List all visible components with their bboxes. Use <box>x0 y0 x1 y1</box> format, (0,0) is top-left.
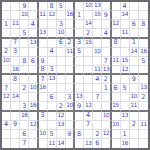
cell-r16c15-empty[interactable] <box>130 139 139 148</box>
cell-r15c15-empty[interactable] <box>130 130 139 139</box>
cell-r13c9-empty[interactable] <box>75 112 84 121</box>
cell-r11c15-given[interactable]: 10 <box>130 93 139 102</box>
cell-r4c5-given[interactable]: 13 <box>39 29 48 38</box>
cell-r14c4-given[interactable]: 12 <box>29 121 38 130</box>
cell-r8c11-given[interactable]: 11 <box>93 66 102 75</box>
cell-r16c5-empty[interactable] <box>39 139 48 148</box>
cell-r14c5-empty[interactable] <box>39 121 48 130</box>
cell-r9c15-given[interactable]: 9 <box>130 75 139 84</box>
cell-r16c13-empty[interactable] <box>112 139 121 148</box>
cell-r14c6-empty[interactable] <box>48 121 57 130</box>
cell-r8c2-given[interactable]: 16 <box>11 66 20 75</box>
cell-r13c10-given[interactable]: 4 <box>84 112 93 121</box>
cell-r7c8-empty[interactable] <box>66 57 75 66</box>
cell-r6c8-given[interactable]: 11 <box>66 48 75 57</box>
cell-r6c2-given[interactable]: 3 <box>11 48 20 57</box>
cell-r14c3-empty[interactable] <box>20 121 29 130</box>
cell-r3c13-given[interactable]: 12 <box>112 20 121 29</box>
cell-r13c6-empty[interactable] <box>48 112 57 121</box>
cell-r15c4-empty[interactable] <box>29 130 38 139</box>
cell-r16c7-given[interactable]: 14 <box>57 139 66 148</box>
cell-r3c16-given[interactable]: 8 <box>139 20 148 29</box>
cell-r14c10-given[interactable]: 7 <box>84 121 93 130</box>
cell-r1c7-given[interactable]: 5 <box>57 2 66 11</box>
cell-r12c1-empty[interactable] <box>2 102 11 111</box>
cell-r6c3-empty[interactable] <box>20 48 29 57</box>
cell-r15c8-given[interactable]: 9 <box>66 130 75 139</box>
cell-r3c10-given[interactable]: 14 <box>84 20 93 29</box>
cell-r13c12-given[interactable]: 10 <box>102 112 111 121</box>
cell-r16c14-given[interactable]: 16 <box>121 139 130 148</box>
cell-r14c9-empty[interactable] <box>75 121 84 130</box>
cell-r15c16-empty[interactable] <box>139 130 148 139</box>
cell-r13c16-empty[interactable] <box>139 112 148 121</box>
cell-r14c12-empty[interactable] <box>102 121 111 130</box>
cell-r7c7-empty[interactable] <box>57 57 66 66</box>
cell-r11c12-empty[interactable] <box>102 93 111 102</box>
cell-r13c15-empty[interactable] <box>130 112 139 121</box>
cell-r10c12-given[interactable]: 1 <box>102 84 111 93</box>
cell-r3c1-given[interactable]: 1 <box>2 20 11 29</box>
cell-r12c5-empty[interactable] <box>39 102 48 111</box>
cell-r16c6-given[interactable]: 11 <box>48 139 57 148</box>
cell-r4c16-empty[interactable] <box>139 29 148 38</box>
cell-r10c1-given[interactable]: 7 <box>2 84 11 93</box>
cell-r5c2-given[interactable]: 7 <box>11 39 20 48</box>
cell-r16c2-empty[interactable] <box>11 139 20 148</box>
cell-r4c3-given[interactable]: 5 <box>20 29 29 38</box>
cell-r7c16-given[interactable]: 5 <box>139 57 148 66</box>
cell-r2c4-empty[interactable] <box>29 11 38 20</box>
cell-r1c6-given[interactable]: 8 <box>48 2 57 11</box>
cell-r13c2-empty[interactable] <box>11 112 20 121</box>
cell-r14c2-given[interactable]: 9 <box>11 121 20 130</box>
cell-r12c14-empty[interactable] <box>121 102 130 111</box>
cell-r3c7-given[interactable]: 3 <box>57 20 66 29</box>
cell-r7c13-given[interactable]: 11 <box>112 57 121 66</box>
cell-r13c11-empty[interactable] <box>93 112 102 121</box>
cell-r10c7-empty[interactable] <box>57 84 66 93</box>
cell-r3c11-empty[interactable] <box>93 20 102 29</box>
cell-r8c3-empty[interactable] <box>20 66 29 75</box>
cell-r3c4-given[interactable]: 4 <box>29 20 38 29</box>
cell-r15c3-given[interactable]: 6 <box>20 130 29 139</box>
cell-r13c5-given[interactable]: 3 <box>39 112 48 121</box>
cell-r2c12-given[interactable]: 9 <box>102 11 111 20</box>
cell-r1c3-given[interactable]: 9 <box>20 2 29 11</box>
cell-r3c9-empty[interactable] <box>75 20 84 29</box>
cell-r6c16-given[interactable]: 16 <box>139 48 148 57</box>
cell-r12c9-given[interactable]: 9 <box>75 102 84 111</box>
cell-r14c15-given[interactable]: 2 <box>130 121 139 130</box>
cell-r5c1-empty[interactable] <box>2 39 11 48</box>
cell-r11c11-given[interactable]: 7 <box>93 93 102 102</box>
cell-r5c16-empty[interactable] <box>139 39 148 48</box>
cell-r7c12-given[interactable]: 7 <box>102 57 111 66</box>
cell-r10c13-given[interactable]: 6 <box>112 84 121 93</box>
cell-r7c9-empty[interactable] <box>75 57 84 66</box>
cell-r12c16-empty[interactable] <box>139 102 148 111</box>
cell-r12c4-given[interactable]: 16 <box>29 102 38 111</box>
cell-r4c9-empty[interactable] <box>75 29 84 38</box>
cell-r2c9-given[interactable]: 1 <box>75 11 84 20</box>
cell-r1c1-empty[interactable] <box>2 2 11 11</box>
cell-r7c15-empty[interactable] <box>130 57 139 66</box>
cell-r14c14-empty[interactable] <box>121 121 130 130</box>
cell-r8c13-empty[interactable] <box>112 66 121 75</box>
cell-r11c16-given[interactable]: 2 <box>139 93 148 102</box>
cell-r10c9-empty[interactable] <box>75 84 84 93</box>
sudoku-board: 9851013410111216115914111431412685131024… <box>0 0 150 150</box>
cell-r4c15-empty[interactable] <box>130 29 139 38</box>
cell-r1c5-empty[interactable] <box>39 2 48 11</box>
cell-r8c14-given[interactable]: 12 <box>121 66 130 75</box>
cell-r2c10-empty[interactable] <box>84 11 93 20</box>
cell-r16c11-given[interactable]: 6 <box>93 139 102 148</box>
cell-r6c7-empty[interactable] <box>57 48 66 57</box>
cell-r5c11-empty[interactable] <box>93 39 102 48</box>
cell-r10c8-empty[interactable] <box>66 84 75 93</box>
cell-r4c14-given[interactable]: 11 <box>121 29 130 38</box>
cell-r10c3-given[interactable]: 2 <box>20 84 29 93</box>
cell-r11c14-empty[interactable] <box>121 93 130 102</box>
cell-r16c4-empty[interactable] <box>29 139 38 148</box>
cell-r6c12-empty[interactable] <box>102 48 111 57</box>
cell-r8c6-given[interactable]: 3 <box>48 66 57 75</box>
cell-r16c9-empty[interactable] <box>75 139 84 148</box>
cell-r10c14-given[interactable]: 5 <box>121 84 130 93</box>
cell-r16c16-empty[interactable] <box>139 139 148 148</box>
cell-r2c1-empty[interactable] <box>2 11 11 20</box>
cell-r13c14-given[interactable]: 13 <box>121 112 130 121</box>
cell-r4c12-given[interactable]: 4 <box>102 29 111 38</box>
cell-r3c3-empty[interactable] <box>20 20 29 29</box>
cell-r16c3-given[interactable]: 7 <box>20 139 29 148</box>
cell-r2c6-given[interactable]: 12 <box>48 11 57 20</box>
cell-r4c13-empty[interactable] <box>112 29 121 38</box>
cell-r4c11-empty[interactable] <box>93 29 102 38</box>
cell-r5c3-empty[interactable] <box>20 39 29 48</box>
cell-r4c1-empty[interactable] <box>2 29 11 38</box>
cell-r6c15-given[interactable]: 14 <box>130 48 139 57</box>
cell-r10c6-empty[interactable] <box>48 84 57 93</box>
cell-r16c1-empty[interactable] <box>2 139 11 148</box>
cell-r8c4-empty[interactable] <box>29 66 38 75</box>
cell-r2c11-given[interactable]: 15 <box>93 11 102 20</box>
cell-r13c7-given[interactable]: 12 <box>57 112 66 121</box>
cell-r1c12-empty[interactable] <box>102 2 111 11</box>
cell-r5c13-given[interactable]: 8 <box>112 39 121 48</box>
cell-r9c16-empty[interactable] <box>139 75 148 84</box>
cell-r9c9-empty[interactable] <box>75 75 84 84</box>
cell-r12c15-given[interactable]: 11 <box>130 102 139 111</box>
cell-r2c2-empty[interactable] <box>11 11 20 20</box>
cell-r7c4-given[interactable]: 6 <box>29 57 38 66</box>
cell-r6c5-empty[interactable] <box>39 48 48 57</box>
cell-r5c4-given[interactable]: 13 <box>29 39 38 48</box>
cell-r15c11-given[interactable]: 2 <box>93 130 102 139</box>
cell-r9c7-empty[interactable] <box>57 75 66 84</box>
cell-r7c1-given[interactable]: 10 <box>2 57 11 66</box>
cell-r7c2-empty[interactable] <box>11 57 20 66</box>
cell-r12c10-given[interactable]: 12 <box>84 102 93 111</box>
cell-r2c15-empty[interactable] <box>130 11 139 20</box>
cell-r16c10-given[interactable]: 13 <box>84 139 93 148</box>
cell-r11c3-empty[interactable] <box>20 93 29 102</box>
cell-r16c12-empty[interactable] <box>102 139 111 148</box>
cell-r15c10-empty[interactable] <box>84 130 93 139</box>
cell-r8c16-empty[interactable] <box>139 66 148 75</box>
cell-r5c5-empty[interactable] <box>39 39 48 48</box>
cell-r2c16-empty[interactable] <box>139 11 148 20</box>
cell-r5c12-empty[interactable] <box>102 39 111 48</box>
cell-r12c11-empty[interactable] <box>93 102 102 111</box>
cell-r15c13-empty[interactable] <box>112 130 121 139</box>
cell-r8c12-given[interactable]: 13 <box>102 66 111 75</box>
cell-r14c7-given[interactable]: 13 <box>57 121 66 130</box>
cell-r5c6-empty[interactable] <box>48 39 57 48</box>
cell-r5c14-empty[interactable] <box>121 39 130 48</box>
cell-r4c4-empty[interactable] <box>29 29 38 38</box>
cell-r9c5-given[interactable]: 7 <box>39 75 48 84</box>
cell-r1c14-given[interactable]: 4 <box>121 2 130 11</box>
cell-r3c15-given[interactable]: 6 <box>130 20 139 29</box>
cell-r1c15-empty[interactable] <box>130 2 139 11</box>
cell-r4c10-given[interactable]: 2 <box>84 29 93 38</box>
cell-r6c10-empty[interactable] <box>84 48 93 57</box>
cell-r9c4-empty[interactable] <box>29 75 38 84</box>
cell-r12c7-given[interactable]: 2 <box>57 102 66 111</box>
cell-r4c7-given[interactable]: 10 <box>57 29 66 38</box>
cell-r13c1-empty[interactable] <box>2 112 11 121</box>
cell-r8c10-empty[interactable] <box>84 66 93 75</box>
cell-r10c10-empty[interactable] <box>84 84 93 93</box>
cell-r1c2-empty[interactable] <box>11 2 20 11</box>
cell-r2c14-given[interactable]: 14 <box>121 11 130 20</box>
cell-r4c6-empty[interactable] <box>48 29 57 38</box>
cell-r11c2-given[interactable]: 14 <box>11 93 20 102</box>
cell-r5c8-given[interactable]: 2 <box>66 39 75 48</box>
cell-r10c11-empty[interactable] <box>93 84 102 93</box>
cell-r2c5-given[interactable]: 11 <box>39 11 48 20</box>
cell-r10c16-given[interactable]: 13 <box>139 84 148 93</box>
cell-r11c10-empty[interactable] <box>84 93 93 102</box>
cell-r13c4-empty[interactable] <box>29 112 38 121</box>
cell-r15c14-given[interactable]: 1 <box>121 130 130 139</box>
cell-r14c1-given[interactable]: 4 <box>2 121 11 130</box>
cell-r10c15-empty[interactable] <box>130 84 139 93</box>
cell-r3c2-given[interactable]: 11 <box>11 20 20 29</box>
cell-r12c2-empty[interactable] <box>11 102 20 111</box>
cell-r11c8-given[interactable]: 3 <box>66 93 75 102</box>
cell-r8c1-empty[interactable] <box>2 66 11 75</box>
cell-r7c10-empty[interactable] <box>84 57 93 66</box>
cell-r9c1-empty[interactable] <box>2 75 11 84</box>
cell-r13c8-empty[interactable] <box>66 112 75 121</box>
cell-r4c2-empty[interactable] <box>11 29 20 38</box>
cell-r9c11-given[interactable]: 4 <box>93 75 102 84</box>
cell-r6c4-empty[interactable] <box>29 48 38 57</box>
cell-r10c5-given[interactable]: 16 <box>39 84 48 93</box>
cell-r11c7-empty[interactable] <box>57 93 66 102</box>
cell-r13c13-empty[interactable] <box>112 112 121 121</box>
cell-r6c9-given[interactable]: 5 <box>75 48 84 57</box>
cell-r9c2-given[interactable]: 8 <box>11 75 20 84</box>
cell-r11c13-empty[interactable] <box>112 93 121 102</box>
cell-r12c8-given[interactable]: 10 <box>66 102 75 111</box>
cell-r9c10-empty[interactable] <box>84 75 93 84</box>
cell-r7c14-given[interactable]: 15 <box>121 57 130 66</box>
cell-r6c13-empty[interactable] <box>112 48 121 57</box>
cell-r12c12-empty[interactable] <box>102 102 111 111</box>
cell-r6c6-given[interactable]: 4 <box>48 48 57 57</box>
cell-r8c5-given[interactable]: 8 <box>39 66 48 75</box>
cell-r15c6-given[interactable]: 5 <box>48 130 57 139</box>
cell-r9c8-empty[interactable] <box>66 75 75 84</box>
cell-r1c10-given[interactable]: 10 <box>84 2 93 11</box>
cell-r1c16-empty[interactable] <box>139 2 148 11</box>
cell-r5c10-given[interactable]: 15 <box>84 39 93 48</box>
cell-r9c14-empty[interactable] <box>121 75 130 84</box>
cell-r1c8-empty[interactable] <box>66 2 75 11</box>
cell-r4c8-empty[interactable] <box>66 29 75 38</box>
cell-r16c8-empty[interactable] <box>66 139 75 148</box>
cell-r11c9-given[interactable]: 13 <box>75 93 84 102</box>
cell-r15c7-empty[interactable] <box>57 130 66 139</box>
cell-r5c15-given[interactable]: 1 <box>130 39 139 48</box>
cell-r8c15-empty[interactable] <box>130 66 139 75</box>
cell-r14c11-empty[interactable] <box>93 121 102 130</box>
cell-r15c9-given[interactable]: 8 <box>75 130 84 139</box>
cell-r1c9-empty[interactable] <box>75 2 84 11</box>
cell-r9c6-given[interactable]: 13 <box>48 75 57 84</box>
cell-r13c3-given[interactable]: 16 <box>20 112 29 121</box>
cell-r6c1-given[interactable]: 2 <box>2 48 11 57</box>
cell-r2c3-given[interactable]: 10 <box>20 11 29 20</box>
cell-r6c14-empty[interactable] <box>121 48 130 57</box>
cell-r14c8-empty[interactable] <box>66 121 75 130</box>
cell-r11c4-empty[interactable] <box>29 93 38 102</box>
cell-r11c5-empty[interactable] <box>39 93 48 102</box>
cell-r3c14-empty[interactable] <box>121 20 130 29</box>
cell-r3c6-empty[interactable] <box>48 20 57 29</box>
cell-r2c8-given[interactable]: 16 <box>66 11 75 20</box>
cell-r5c9-given[interactable]: 3 <box>75 39 84 48</box>
cell-r8c7-empty[interactable] <box>57 66 66 75</box>
cell-r10c4-given[interactable]: 10 <box>29 84 38 93</box>
cell-r15c5-given[interactable]: 10 <box>39 130 48 139</box>
cell-r11c6-given[interactable]: 6 <box>48 93 57 102</box>
cell-r14c13-given[interactable]: 10 <box>112 121 121 130</box>
cell-r7c3-given[interactable]: 8 <box>20 57 29 66</box>
cell-r3c5-empty[interactable] <box>39 20 48 29</box>
cell-r3c12-empty[interactable] <box>102 20 111 29</box>
cell-r9c12-given[interactable]: 2 <box>102 75 111 84</box>
cell-r9c13-empty[interactable] <box>112 75 121 84</box>
cell-r1c13-empty[interactable] <box>112 2 121 11</box>
cell-r15c12-given[interactable]: 12 <box>102 130 111 139</box>
cell-r8c8-empty[interactable] <box>66 66 75 75</box>
cell-r10c2-empty[interactable] <box>11 84 20 93</box>
cell-r15c1-empty[interactable] <box>2 130 11 139</box>
cell-r2c7-empty[interactable] <box>57 11 66 20</box>
cell-r12c3-given[interactable]: 3 <box>20 102 29 111</box>
cell-r2c13-empty[interactable] <box>112 11 121 20</box>
cell-r3c8-empty[interactable] <box>66 20 75 29</box>
cell-r1c11-given[interactable]: 13 <box>93 2 102 11</box>
cell-r15c2-empty[interactable] <box>11 130 20 139</box>
cell-r12c6-empty[interactable] <box>48 102 57 111</box>
cell-r5c7-given[interactable]: 6 <box>57 39 66 48</box>
cell-r1c4-empty[interactable] <box>29 2 38 11</box>
cell-r8c9-empty[interactable] <box>75 66 84 75</box>
cell-r9c3-empty[interactable] <box>20 75 29 84</box>
cell-r12c13-given[interactable]: 15 <box>112 102 121 111</box>
cell-r7c11-empty[interactable] <box>93 57 102 66</box>
cell-r14c16-given[interactable]: 11 <box>139 121 148 130</box>
cell-r6c11-given[interactable]: 10 <box>93 48 102 57</box>
cell-r11c1-given[interactable]: 12 <box>2 93 11 102</box>
